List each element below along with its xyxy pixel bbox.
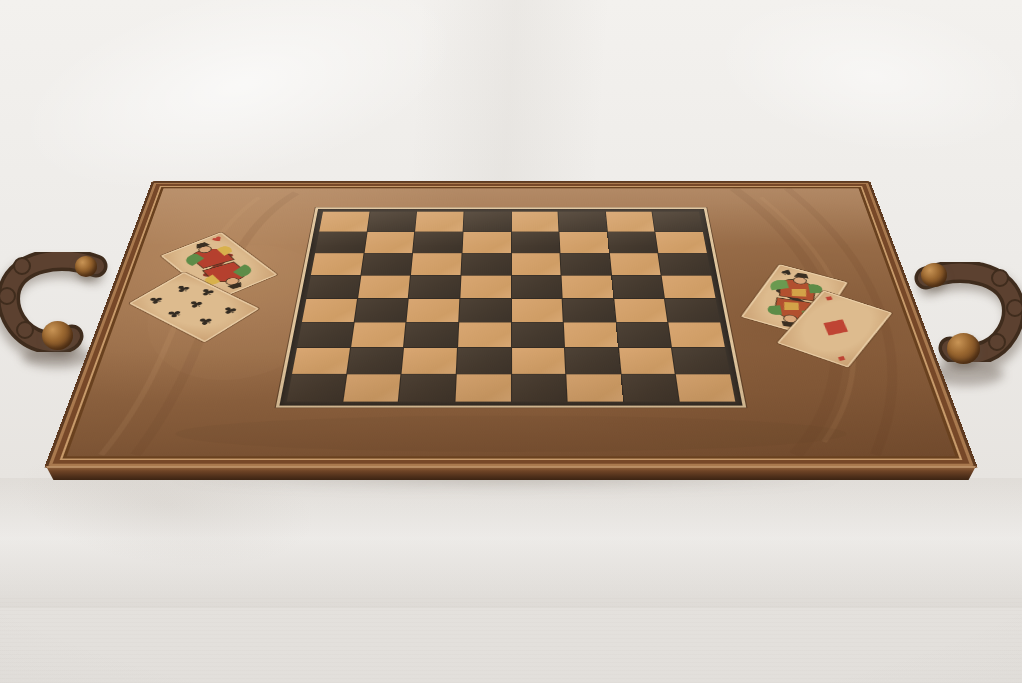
- square-g4: [614, 299, 668, 323]
- tray-field: ♥ ♥: [67, 188, 956, 456]
- club-pip-icon: ♣: [185, 298, 208, 311]
- square-h4: [665, 299, 720, 323]
- square-e7: [511, 232, 559, 253]
- square-h3: [669, 323, 725, 348]
- square-c3: [404, 323, 458, 348]
- square-d4: [459, 299, 510, 323]
- diamond-pip-icon: ♦: [834, 353, 851, 364]
- linen-fold: [0, 478, 1022, 608]
- square-a1: [287, 374, 346, 401]
- square-h1: [676, 374, 735, 401]
- square-c7: [413, 232, 462, 253]
- square-b8: [367, 212, 416, 232]
- club-pip-icon: ♣: [163, 308, 186, 320]
- square-f4: [563, 299, 616, 323]
- square-g5: [612, 275, 664, 298]
- club-pip-icon: ♣: [194, 315, 217, 328]
- left-handle-bottom-knob: [42, 321, 73, 350]
- square-e8: [511, 212, 558, 232]
- square-f1: [566, 374, 622, 401]
- checkerboard-grid: [287, 212, 735, 402]
- square-e5: [511, 275, 561, 298]
- square-b4: [354, 299, 408, 323]
- square-h6: [659, 253, 711, 275]
- square-g3: [616, 323, 671, 348]
- square-f7: [560, 232, 609, 253]
- square-a4: [302, 299, 357, 323]
- square-d2: [457, 348, 511, 374]
- handle-scallop: [0, 288, 15, 304]
- square-a6: [311, 253, 363, 275]
- handle-scallop: [989, 334, 1005, 350]
- square-d3: [458, 323, 511, 348]
- square-h2: [672, 348, 730, 374]
- games-tray[interactable]: ♥ ♥: [44, 181, 978, 468]
- square-b3: [351, 323, 406, 348]
- square-c4: [407, 299, 460, 323]
- square-g6: [610, 253, 661, 275]
- square-b2: [347, 348, 403, 374]
- handle-scallop: [14, 258, 30, 274]
- square-b6: [361, 253, 412, 275]
- square-e2: [512, 348, 566, 374]
- linen-fold: [360, 0, 660, 190]
- square-b1: [343, 374, 401, 401]
- square-c2: [402, 348, 457, 374]
- diamond-pip-icon: ♦: [821, 294, 837, 304]
- club-pip-icon: ♣: [219, 304, 241, 317]
- square-g2: [619, 348, 675, 374]
- square-d5: [460, 275, 510, 298]
- square-b7: [364, 232, 414, 253]
- square-c1: [399, 374, 455, 401]
- square-a5: [307, 275, 360, 298]
- handle-scallop: [17, 322, 33, 338]
- club-pip-icon: ♣: [145, 294, 168, 306]
- tray-rim: ♥ ♥: [44, 181, 978, 468]
- square-e4: [511, 299, 562, 323]
- left-handle-top-knob: [75, 256, 97, 277]
- club-pip-icon: ♣: [172, 283, 194, 295]
- square-a8: [319, 212, 369, 232]
- handle-scallop: [1007, 300, 1022, 316]
- square-h5: [662, 275, 715, 298]
- square-e3: [512, 323, 565, 348]
- photo-scene: ♥ ♥: [0, 0, 1022, 683]
- square-e1: [512, 374, 567, 401]
- square-d8: [463, 212, 510, 232]
- square-d7: [462, 232, 510, 253]
- handle-scallop: [992, 270, 1008, 286]
- linen-weave-texture: [0, 596, 1022, 683]
- square-e6: [511, 253, 560, 275]
- square-f8: [559, 212, 607, 232]
- square-c5: [409, 275, 460, 298]
- square-g7: [608, 232, 658, 253]
- tray-front-edge: [46, 466, 976, 480]
- square-a2: [292, 348, 350, 374]
- square-b5: [358, 275, 410, 298]
- right-handle-bottom-knob: [947, 333, 980, 364]
- square-f2: [565, 348, 620, 374]
- checkerboard: [276, 207, 746, 407]
- square-c8: [415, 212, 463, 232]
- right-handle-top-knob: [921, 263, 947, 287]
- square-h7: [656, 232, 707, 253]
- square-d1: [455, 374, 510, 401]
- square-f3: [564, 323, 618, 348]
- square-a7: [315, 232, 366, 253]
- square-g8: [606, 212, 655, 232]
- square-d6: [461, 253, 510, 275]
- club-pip-icon: ♣: [197, 286, 219, 298]
- square-a3: [297, 323, 353, 348]
- square-c6: [411, 253, 461, 275]
- square-f5: [562, 275, 613, 298]
- square-f6: [561, 253, 611, 275]
- square-h8: [653, 212, 703, 232]
- square-g1: [621, 374, 679, 401]
